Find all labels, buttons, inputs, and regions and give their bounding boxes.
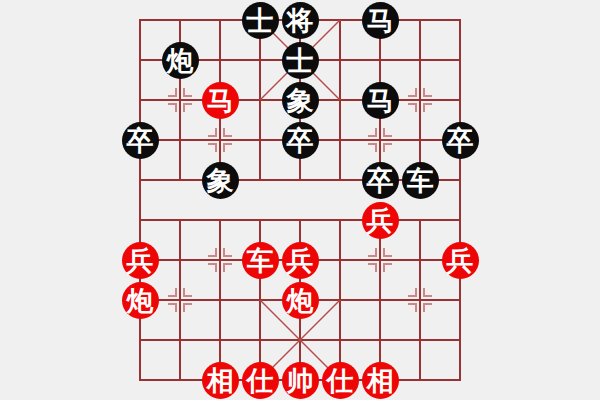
- board-point: 马: [360, 80, 400, 120]
- piece-layer: 士将马炮士马象马卒卒卒象卒车兵兵车兵兵炮炮相仕帅仕相: [120, 0, 480, 400]
- piece-black-horse[interactable]: 马: [362, 82, 399, 119]
- piece-red-soldier[interactable]: 兵: [122, 242, 159, 279]
- piece-red-elephant[interactable]: 相: [202, 362, 239, 399]
- board-point: 仕: [240, 360, 280, 400]
- piece-black-horse[interactable]: 马: [362, 2, 399, 39]
- piece-red-soldier[interactable]: 兵: [362, 202, 399, 239]
- board-point: 兵: [120, 240, 160, 280]
- board-point: 士: [240, 0, 280, 40]
- board-point: 车: [400, 160, 440, 200]
- board-point: 卒: [120, 120, 160, 160]
- piece-red-general[interactable]: 帅: [282, 362, 319, 399]
- board-point: 兵: [360, 200, 400, 240]
- piece-red-chariot[interactable]: 车: [242, 242, 279, 279]
- piece-black-soldier[interactable]: 卒: [362, 162, 399, 199]
- board-point: 兵: [440, 240, 480, 280]
- piece-red-advisor[interactable]: 仕: [242, 362, 279, 399]
- piece-black-cannon[interactable]: 炮: [162, 42, 199, 79]
- board-point: 炮: [160, 40, 200, 80]
- board-point: 象: [280, 80, 320, 120]
- board-point: 卒: [360, 160, 400, 200]
- piece-red-advisor[interactable]: 仕: [322, 362, 359, 399]
- board-point: 车: [240, 240, 280, 280]
- board-point: 马: [200, 80, 240, 120]
- board-point: 仕: [320, 360, 360, 400]
- piece-red-cannon[interactable]: 炮: [122, 282, 159, 319]
- piece-red-cannon[interactable]: 炮: [282, 282, 319, 319]
- piece-black-soldier[interactable]: 卒: [442, 122, 479, 159]
- board-point: 象: [200, 160, 240, 200]
- board-point: 马: [360, 0, 400, 40]
- piece-black-advisor[interactable]: 士: [242, 2, 279, 39]
- piece-red-soldier[interactable]: 兵: [442, 242, 479, 279]
- piece-black-general[interactable]: 将: [282, 2, 319, 39]
- piece-black-advisor[interactable]: 士: [282, 42, 319, 79]
- piece-red-soldier[interactable]: 兵: [282, 242, 319, 279]
- board-point: 相: [360, 360, 400, 400]
- piece-black-elephant[interactable]: 象: [282, 82, 319, 119]
- board-point: 炮: [120, 280, 160, 320]
- piece-red-elephant[interactable]: 相: [362, 362, 399, 399]
- board-point: 兵: [280, 240, 320, 280]
- board-point: 士: [280, 40, 320, 80]
- xiangqi-app: 士将马炮士马象马卒卒卒象卒车兵兵车兵兵炮炮相仕帅仕相: [0, 0, 600, 400]
- piece-black-elephant[interactable]: 象: [202, 162, 239, 199]
- board-point: 卒: [280, 120, 320, 160]
- piece-black-soldier[interactable]: 卒: [282, 122, 319, 159]
- board-point: 将: [280, 0, 320, 40]
- board-point: 卒: [440, 120, 480, 160]
- piece-black-chariot[interactable]: 车: [402, 162, 439, 199]
- board-point: 相: [200, 360, 240, 400]
- board-point: 帅: [280, 360, 320, 400]
- board-point: 炮: [280, 280, 320, 320]
- piece-red-horse[interactable]: 马: [202, 82, 239, 119]
- piece-black-soldier[interactable]: 卒: [122, 122, 159, 159]
